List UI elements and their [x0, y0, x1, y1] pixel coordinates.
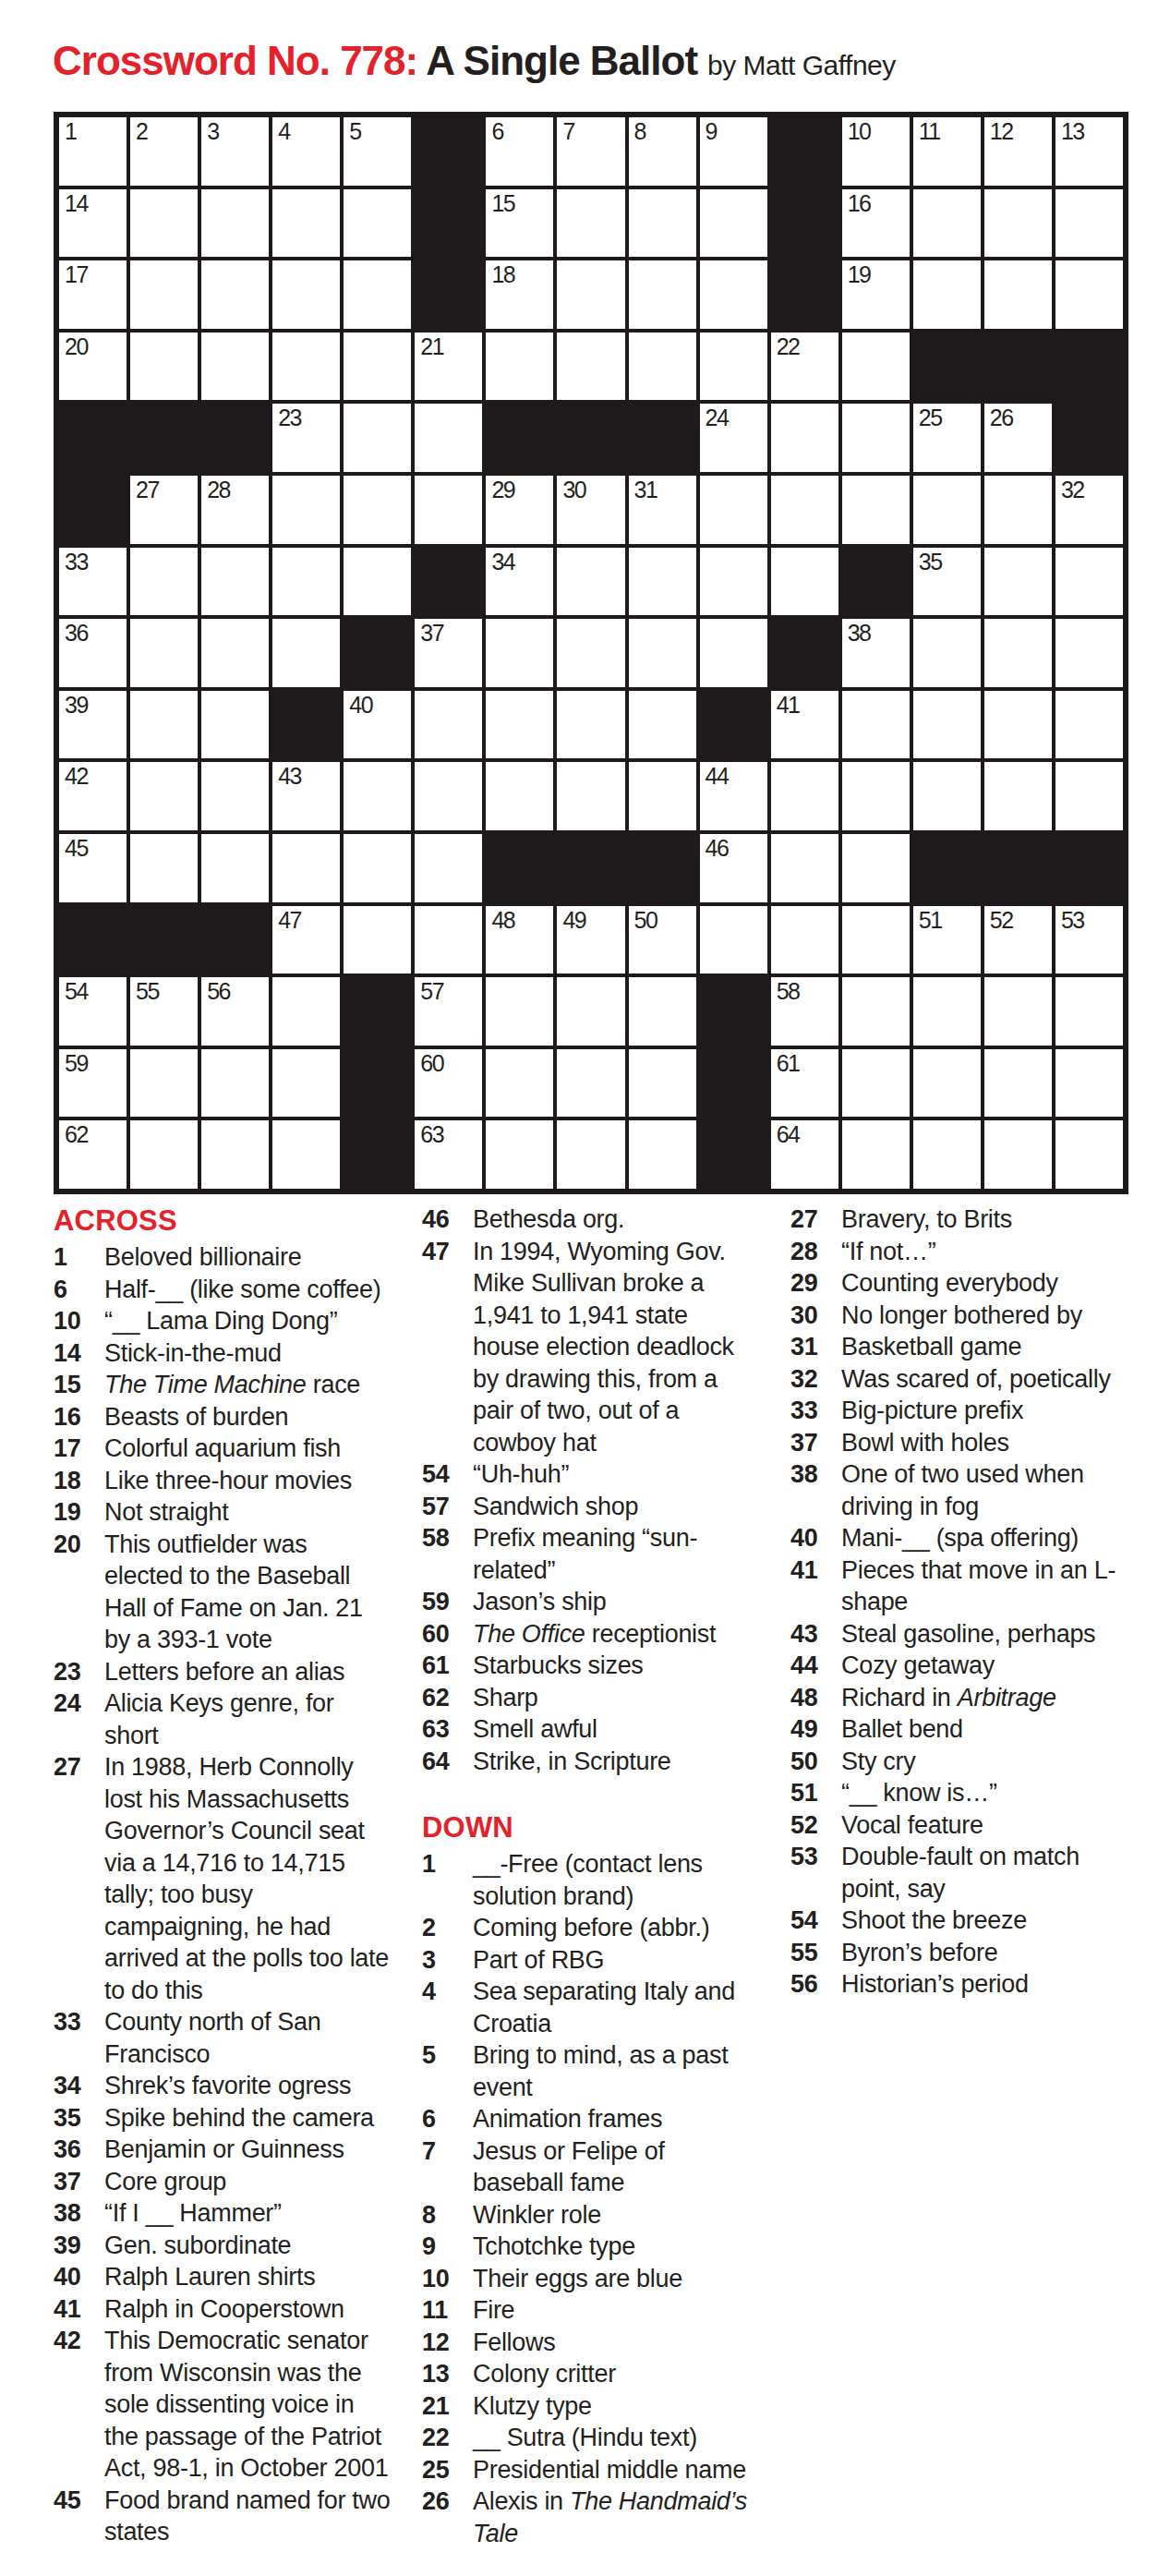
cell-r1c9[interactable]: 8	[629, 117, 696, 186]
across-clue-24: 24Alicia Keys genre, for short	[54, 1687, 392, 1751]
cell-r12c7[interactable]: 48	[486, 906, 553, 974]
cell-r9c5[interactable]: 40	[344, 691, 411, 759]
down-clue-10: 10Their eggs are blue	[422, 2263, 760, 2295]
cell-number: 32	[1061, 478, 1084, 502]
cell-r10c10[interactable]: 44	[700, 762, 767, 830]
cell-number: 54	[65, 980, 88, 1003]
cell-r13c11[interactable]: 58	[771, 977, 838, 1046]
clue-text: “If I __ Hammer”	[104, 2197, 392, 2230]
cell-r1c13[interactable]: 11	[913, 117, 981, 186]
down-clue-7: 7Jesus or Felipe of baseball fame	[422, 2135, 760, 2199]
cell-r7c11[interactable]	[771, 548, 838, 616]
clue-number: 9	[422, 2231, 473, 2263]
cell-r3c12[interactable]: 19	[842, 260, 910, 329]
cell-r7c3[interactable]	[201, 548, 269, 616]
down-clue-13: 13Colony critter	[422, 2358, 760, 2390]
cell-r2c3[interactable]	[201, 189, 269, 258]
cell-number: 39	[65, 694, 88, 717]
cell-r10c14[interactable]	[984, 762, 1052, 830]
cell-r11c1[interactable]: 45	[59, 834, 127, 902]
cell-r6c13[interactable]	[913, 476, 981, 544]
down-clue-21: 21Klutzy type	[422, 2390, 760, 2423]
clue-text: Alexis in The Handmaid’s Tale	[473, 2485, 760, 2549]
cell-r3c9[interactable]	[629, 260, 696, 329]
cell-r6c14[interactable]	[984, 476, 1052, 544]
across-clue-45: 45Food brand named for two states	[54, 2485, 392, 2548]
cell-r13c8[interactable]	[557, 977, 624, 1046]
cell-r4c1[interactable]: 20	[59, 333, 127, 401]
cell-r15c3[interactable]	[201, 1120, 269, 1189]
cell-r11c12[interactable]	[842, 834, 910, 902]
block-r7c6	[415, 548, 482, 616]
clue-text: Ralph in Cooperstown	[104, 2293, 392, 2326]
block-r11c8	[557, 834, 624, 902]
clue-number: 53	[790, 1841, 841, 1905]
cell-r2c1[interactable]: 14	[59, 189, 127, 258]
clue-number: 38	[54, 2197, 104, 2230]
clue-text: Fire	[473, 2294, 760, 2327]
cell-r10c3[interactable]	[201, 762, 269, 830]
across-clue-38: 38“If I __ Hammer”	[54, 2197, 392, 2230]
cell-r10c6[interactable]	[415, 762, 482, 830]
cell-r6c10[interactable]	[700, 476, 767, 544]
cell-r6c4[interactable]	[272, 476, 340, 544]
cell-number: 27	[136, 478, 159, 502]
clue-number: 40	[790, 1522, 841, 1554]
across-clue-58: 58Prefix meaning “sun-related”	[422, 1522, 760, 1586]
cell-r1c7[interactable]: 6	[486, 117, 553, 186]
across-clue-47: 47In 1994, Wyoming Gov. Mike Sullivan br…	[422, 1236, 760, 1459]
cell-r8c15[interactable]	[1055, 619, 1123, 687]
clue-text: Animation frames	[473, 2103, 760, 2135]
clue-text: Sea separating Italy and Croatia	[473, 1976, 760, 2039]
clue-text: Ballet bend	[841, 1713, 1128, 1746]
cell-r5c10[interactable]: 24	[700, 404, 767, 472]
clue-text: Jesus or Felipe of baseball fame	[473, 2135, 760, 2199]
cell-r2c15[interactable]	[1055, 189, 1123, 258]
block-r3c11	[771, 260, 838, 329]
clue-text: Their eggs are blue	[473, 2263, 760, 2295]
cell-r5c14[interactable]: 26	[984, 404, 1052, 472]
clue-number: 38	[790, 1458, 841, 1522]
clue-text: Starbucks sizes	[473, 1650, 760, 1682]
cell-r9c12[interactable]	[842, 691, 910, 759]
cell-r1c15[interactable]: 13	[1055, 117, 1123, 186]
down-clue-25: 25Presidential middle name	[422, 2454, 760, 2486]
cell-r12c8[interactable]: 49	[557, 906, 624, 974]
cell-r4c11[interactable]: 22	[771, 333, 838, 401]
cell-r6c11[interactable]	[771, 476, 838, 544]
clue-text: Half-__ (like some coffee)	[104, 1274, 392, 1306]
cell-r15c9[interactable]	[629, 1120, 696, 1189]
block-r4c13	[913, 333, 981, 401]
cell-r12c11[interactable]	[771, 906, 838, 974]
across-clue-10: 10“__ Lama Ding Dong”	[54, 1305, 392, 1337]
cell-r12c6[interactable]	[415, 906, 482, 974]
cell-r2c8[interactable]	[557, 189, 624, 258]
cell-r4c6[interactable]: 21	[415, 333, 482, 401]
cell-r14c4[interactable]	[272, 1049, 340, 1118]
cell-r6c7[interactable]: 29	[486, 476, 553, 544]
cell-r1c4[interactable]: 4	[272, 117, 340, 186]
across-clue-35: 35Spike behind the camera	[54, 2102, 392, 2135]
cell-r15c6[interactable]: 63	[415, 1120, 482, 1189]
cell-number: 29	[491, 478, 514, 502]
cell-r9c2[interactable]	[130, 691, 198, 759]
cell-r4c3[interactable]	[201, 333, 269, 401]
cell-r4c5[interactable]	[344, 333, 411, 401]
cell-r8c12[interactable]: 38	[842, 619, 910, 687]
cell-number: 9	[706, 120, 717, 143]
cell-r9c1[interactable]: 39	[59, 691, 127, 759]
cell-r13c12[interactable]	[842, 977, 910, 1046]
cell-r4c10[interactable]	[700, 333, 767, 401]
clue-text: In 1994, Wyoming Gov. Mike Sullivan brok…	[473, 1236, 760, 1459]
cell-r8c9[interactable]	[629, 619, 696, 687]
cell-number: 56	[207, 980, 230, 1003]
clue-number: 7	[422, 2135, 473, 2199]
cell-number: 64	[777, 1123, 800, 1146]
down-clue-4: 4Sea separating Italy and Croatia	[422, 1976, 760, 2039]
block-r8c5	[344, 619, 411, 687]
cell-r13c4[interactable]	[272, 977, 340, 1046]
cell-r5c6[interactable]	[415, 404, 482, 472]
cell-r9c13[interactable]	[913, 691, 981, 759]
clue-number: 51	[790, 1777, 841, 1809]
cell-r8c13[interactable]	[913, 619, 981, 687]
cell-r14c9[interactable]	[629, 1049, 696, 1118]
cell-r10c2[interactable]	[130, 762, 198, 830]
puzzle-series-label: Crossword No. 778:	[53, 38, 417, 83]
cell-r3c4[interactable]	[272, 260, 340, 329]
clue-number: 44	[790, 1650, 841, 1682]
cell-r11c6[interactable]	[415, 834, 482, 902]
cell-r2c14[interactable]	[984, 189, 1052, 258]
cell-r12c10[interactable]	[700, 906, 767, 974]
cell-r6c8[interactable]: 30	[557, 476, 624, 544]
cell-r11c3[interactable]	[201, 834, 269, 902]
cell-r9c8[interactable]	[557, 691, 624, 759]
cell-r15c15[interactable]	[1055, 1120, 1123, 1189]
clue-number: 50	[790, 1746, 841, 1778]
cell-r6c2[interactable]: 27	[130, 476, 198, 544]
cell-r7c10[interactable]	[700, 548, 767, 616]
clue-text: County north of San Francisco	[104, 2006, 392, 2070]
cell-r1c5[interactable]: 5	[344, 117, 411, 186]
cell-r10c4[interactable]: 43	[272, 762, 340, 830]
cell-r10c11[interactable]	[771, 762, 838, 830]
cell-r9c15[interactable]	[1055, 691, 1123, 759]
cell-r3c2[interactable]	[130, 260, 198, 329]
cell-r6c3[interactable]: 28	[201, 476, 269, 544]
clue-text: Richard in Arbitrage	[841, 1682, 1128, 1714]
cell-r8c14[interactable]	[984, 619, 1052, 687]
cell-r3c14[interactable]	[984, 260, 1052, 329]
clue-number: 16	[54, 1401, 104, 1433]
cell-r4c9[interactable]	[629, 333, 696, 401]
cell-r13c9[interactable]	[629, 977, 696, 1046]
cell-r7c4[interactable]	[272, 548, 340, 616]
clue-text: Jason’s ship	[473, 1586, 760, 1618]
cell-r14c6[interactable]: 60	[415, 1049, 482, 1118]
block-r4c14	[984, 333, 1052, 401]
cell-r15c7[interactable]	[486, 1120, 553, 1189]
cell-r12c12[interactable]	[842, 906, 910, 974]
cell-r12c5[interactable]	[344, 906, 411, 974]
cell-r12c14[interactable]: 52	[984, 906, 1052, 974]
clue-number: 55	[790, 1937, 841, 1969]
down-clue-28: 28“If not…”	[790, 1236, 1128, 1268]
cell-r1c12[interactable]: 10	[842, 117, 910, 186]
cell-r13c7[interactable]	[486, 977, 553, 1046]
cell-r11c2[interactable]	[130, 834, 198, 902]
cell-r10c12[interactable]	[842, 762, 910, 830]
clue-text: Bethesda org.	[473, 1203, 760, 1236]
cell-r5c5[interactable]	[344, 404, 411, 472]
cell-r15c4[interactable]	[272, 1120, 340, 1189]
cell-r7c15[interactable]	[1055, 548, 1123, 616]
cell-r2c4[interactable]	[272, 189, 340, 258]
cell-r8c7[interactable]	[486, 619, 553, 687]
cell-number: 4	[278, 120, 289, 143]
cell-r10c9[interactable]	[629, 762, 696, 830]
cell-r7c5[interactable]	[344, 548, 411, 616]
clue-column-3: 27Bravery, to Brits28“If not…”29Counting…	[790, 1203, 1128, 2001]
down-clue-53: 53Double-fault on match point, say	[790, 1841, 1128, 1905]
cell-r2c10[interactable]	[700, 189, 767, 258]
cell-r8c2[interactable]	[130, 619, 198, 687]
cell-r2c5[interactable]	[344, 189, 411, 258]
cell-r14c3[interactable]	[201, 1049, 269, 1118]
cell-r15c14[interactable]	[984, 1120, 1052, 1189]
clue-text: No longer bothered by	[841, 1300, 1128, 1332]
cell-r14c13[interactable]	[913, 1049, 981, 1118]
cell-r10c13[interactable]	[913, 762, 981, 830]
cell-r2c13[interactable]	[913, 189, 981, 258]
cell-r13c3[interactable]: 56	[201, 977, 269, 1046]
clue-number: 13	[422, 2358, 473, 2390]
cell-r12c13[interactable]: 51	[913, 906, 981, 974]
clue-text: Sty cry	[841, 1746, 1128, 1778]
cell-r14c8[interactable]	[557, 1049, 624, 1118]
clue-number: 10	[54, 1305, 104, 1337]
cell-r8c3[interactable]	[201, 619, 269, 687]
cell-r10c1[interactable]: 42	[59, 762, 127, 830]
clue-number: 57	[422, 1491, 473, 1523]
cell-r1c14[interactable]: 12	[984, 117, 1052, 186]
clue-section: ACROSS1Beloved billionaire6Half-__ (like…	[54, 1203, 1128, 2549]
cell-r6c5[interactable]	[344, 476, 411, 544]
across-clue-18: 18Like three-hour movies	[54, 1465, 392, 1497]
cell-r3c8[interactable]	[557, 260, 624, 329]
cell-r15c8[interactable]	[557, 1120, 624, 1189]
cell-r5c13[interactable]: 25	[913, 404, 981, 472]
down-clue-49: 49Ballet bend	[790, 1713, 1128, 1746]
down-clue-32: 32Was scared of, poetically	[790, 1363, 1128, 1396]
cell-number: 3	[207, 120, 218, 143]
clue-text: Coming before (abbr.)	[473, 1912, 760, 1944]
clue-number: 2	[422, 1912, 473, 1944]
cell-r13c2[interactable]: 55	[130, 977, 198, 1046]
cell-r13c13[interactable]	[913, 977, 981, 1046]
clue-number: 62	[422, 1682, 473, 1714]
cell-r3c10[interactable]	[700, 260, 767, 329]
clue-number: 14	[54, 1337, 104, 1370]
across-clue-17: 17Colorful aquarium fish	[54, 1433, 392, 1465]
cell-r13c6[interactable]: 57	[415, 977, 482, 1046]
block-r5c9	[629, 404, 696, 472]
down-clue-3: 3Part of RBG	[422, 1944, 760, 1977]
cell-r2c9[interactable]	[629, 189, 696, 258]
clue-text: This outfielder was elected to the Baseb…	[104, 1529, 392, 1656]
cell-r4c4[interactable]	[272, 333, 340, 401]
cell-r9c9[interactable]	[629, 691, 696, 759]
cell-r14c1[interactable]: 59	[59, 1049, 127, 1118]
clue-text: This Democratic senator from Wisconsin w…	[104, 2325, 392, 2485]
down-clue-31: 31Basketball game	[790, 1331, 1128, 1363]
cell-r1c3[interactable]: 3	[201, 117, 269, 186]
cell-r1c2[interactable]: 2	[130, 117, 198, 186]
cell-r3c3[interactable]	[201, 260, 269, 329]
block-r5c15	[1055, 404, 1123, 472]
cell-number: 50	[634, 909, 657, 932]
cell-r1c10[interactable]: 9	[700, 117, 767, 186]
cell-r5c12[interactable]	[842, 404, 910, 472]
cell-r3c5[interactable]	[344, 260, 411, 329]
clue-number: 5	[422, 2039, 473, 2103]
clue-text: Alicia Keys genre, for short	[104, 1687, 392, 1751]
cell-r5c4[interactable]: 23	[272, 404, 340, 472]
cell-r10c5[interactable]	[344, 762, 411, 830]
cell-r14c15[interactable]	[1055, 1049, 1123, 1118]
clue-number: 11	[422, 2294, 473, 2327]
down-clue-33: 33Big-picture prefix	[790, 1395, 1128, 1427]
cell-r6c15[interactable]: 32	[1055, 476, 1123, 544]
cell-r11c11[interactable]	[771, 834, 838, 902]
cell-r1c1[interactable]: 1	[59, 117, 127, 186]
cell-number: 53	[1061, 909, 1084, 932]
cell-r8c4[interactable]	[272, 619, 340, 687]
cell-r6c6[interactable]	[415, 476, 482, 544]
cell-r14c11[interactable]: 61	[771, 1049, 838, 1118]
cell-r13c1[interactable]: 54	[59, 977, 127, 1046]
across-clue-39: 39Gen. subordinate	[54, 2230, 392, 2262]
cell-r7c8[interactable]	[557, 548, 624, 616]
clue-number: 32	[790, 1363, 841, 1396]
cell-r9c6[interactable]	[415, 691, 482, 759]
cell-r14c14[interactable]	[984, 1049, 1052, 1118]
cell-r10c15[interactable]	[1055, 762, 1123, 830]
cell-r14c2[interactable]	[130, 1049, 198, 1118]
cell-r8c6[interactable]: 37	[415, 619, 482, 687]
across-clue-19: 19Not straight	[54, 1496, 392, 1529]
block-r5c3	[201, 404, 269, 472]
cell-r15c1[interactable]: 62	[59, 1120, 127, 1189]
cell-r2c12[interactable]: 16	[842, 189, 910, 258]
clue-text: Historian’s period	[841, 1968, 1128, 2001]
cell-r2c2[interactable]	[130, 189, 198, 258]
clue-text: Tchotchke type	[473, 2231, 760, 2263]
clue-number: 54	[422, 1458, 473, 1491]
clue-number: 49	[790, 1713, 841, 1746]
cell-r8c10[interactable]	[700, 619, 767, 687]
clue-text: Bring to mind, as a past event	[473, 2039, 760, 2103]
cell-r13c15[interactable]	[1055, 977, 1123, 1046]
cell-r1c8[interactable]: 7	[557, 117, 624, 186]
clue-text: Klutzy type	[473, 2390, 760, 2423]
clue-number: 36	[54, 2134, 104, 2166]
cell-r2c7[interactable]: 15	[486, 189, 553, 258]
cell-r15c2[interactable]	[130, 1120, 198, 1189]
cell-r3c1[interactable]: 17	[59, 260, 127, 329]
clue-number: 8	[422, 2199, 473, 2231]
block-r5c7	[486, 404, 553, 472]
cell-r7c13[interactable]: 35	[913, 548, 981, 616]
cell-r8c1[interactable]: 36	[59, 619, 127, 687]
cell-number: 44	[706, 765, 729, 788]
cell-r12c15[interactable]: 53	[1055, 906, 1123, 974]
across-clue-6: 6Half-__ (like some coffee)	[54, 1274, 392, 1306]
down-clue-50: 50Sty cry	[790, 1746, 1128, 1778]
cell-r3c15[interactable]	[1055, 260, 1123, 329]
down-clue-43: 43Steal gasoline, perhaps	[790, 1618, 1128, 1651]
cell-r12c9[interactable]: 50	[629, 906, 696, 974]
cell-r10c8[interactable]	[557, 762, 624, 830]
cell-r15c13[interactable]	[913, 1120, 981, 1189]
cell-r6c9[interactable]: 31	[629, 476, 696, 544]
cell-number: 23	[278, 406, 301, 429]
cell-r10c7[interactable]	[486, 762, 553, 830]
down-clue-51: 51“__ know is…”	[790, 1777, 1128, 1809]
clue-number: 21	[422, 2390, 473, 2423]
cell-r7c1[interactable]: 33	[59, 548, 127, 616]
cell-r6c12[interactable]	[842, 476, 910, 544]
puzzle-byline: by Matt Gaffney	[707, 50, 896, 80]
cell-r4c8[interactable]	[557, 333, 624, 401]
cell-r14c7[interactable]	[486, 1049, 553, 1118]
cell-r7c7[interactable]: 34	[486, 548, 553, 616]
cell-r11c5[interactable]	[344, 834, 411, 902]
cell-r12c4[interactable]: 47	[272, 906, 340, 974]
clue-text: __-Free (contact lens solution brand)	[473, 1848, 760, 1912]
cell-r8c8[interactable]	[557, 619, 624, 687]
cell-r15c11[interactable]: 64	[771, 1120, 838, 1189]
cell-r7c9[interactable]	[629, 548, 696, 616]
block-r9c10	[700, 691, 767, 759]
cell-r5c11[interactable]	[771, 404, 838, 472]
cell-r14c12[interactable]	[842, 1049, 910, 1118]
cell-r4c7[interactable]	[486, 333, 553, 401]
cell-r7c14[interactable]	[984, 548, 1052, 616]
cell-r15c12[interactable]	[842, 1120, 910, 1189]
cell-r9c3[interactable]	[201, 691, 269, 759]
cell-r9c14[interactable]	[984, 691, 1052, 759]
cell-r13c14[interactable]	[984, 977, 1052, 1046]
cell-r4c2[interactable]	[130, 333, 198, 401]
cell-r3c7[interactable]: 18	[486, 260, 553, 329]
cell-r9c7[interactable]	[486, 691, 553, 759]
cell-r11c10[interactable]: 46	[700, 834, 767, 902]
cell-r7c2[interactable]	[130, 548, 198, 616]
cell-r9c11[interactable]: 41	[771, 691, 838, 759]
cell-r4c12[interactable]	[842, 333, 910, 401]
clue-number: 41	[54, 2293, 104, 2326]
cell-r11c4[interactable]	[272, 834, 340, 902]
across-clue-27: 27In 1988, Herb Connolly lost his Massac…	[54, 1751, 392, 2006]
clue-text: Basketball game	[841, 1331, 1128, 1363]
clue-number: 34	[54, 2070, 104, 2102]
cell-r3c13[interactable]	[913, 260, 981, 329]
